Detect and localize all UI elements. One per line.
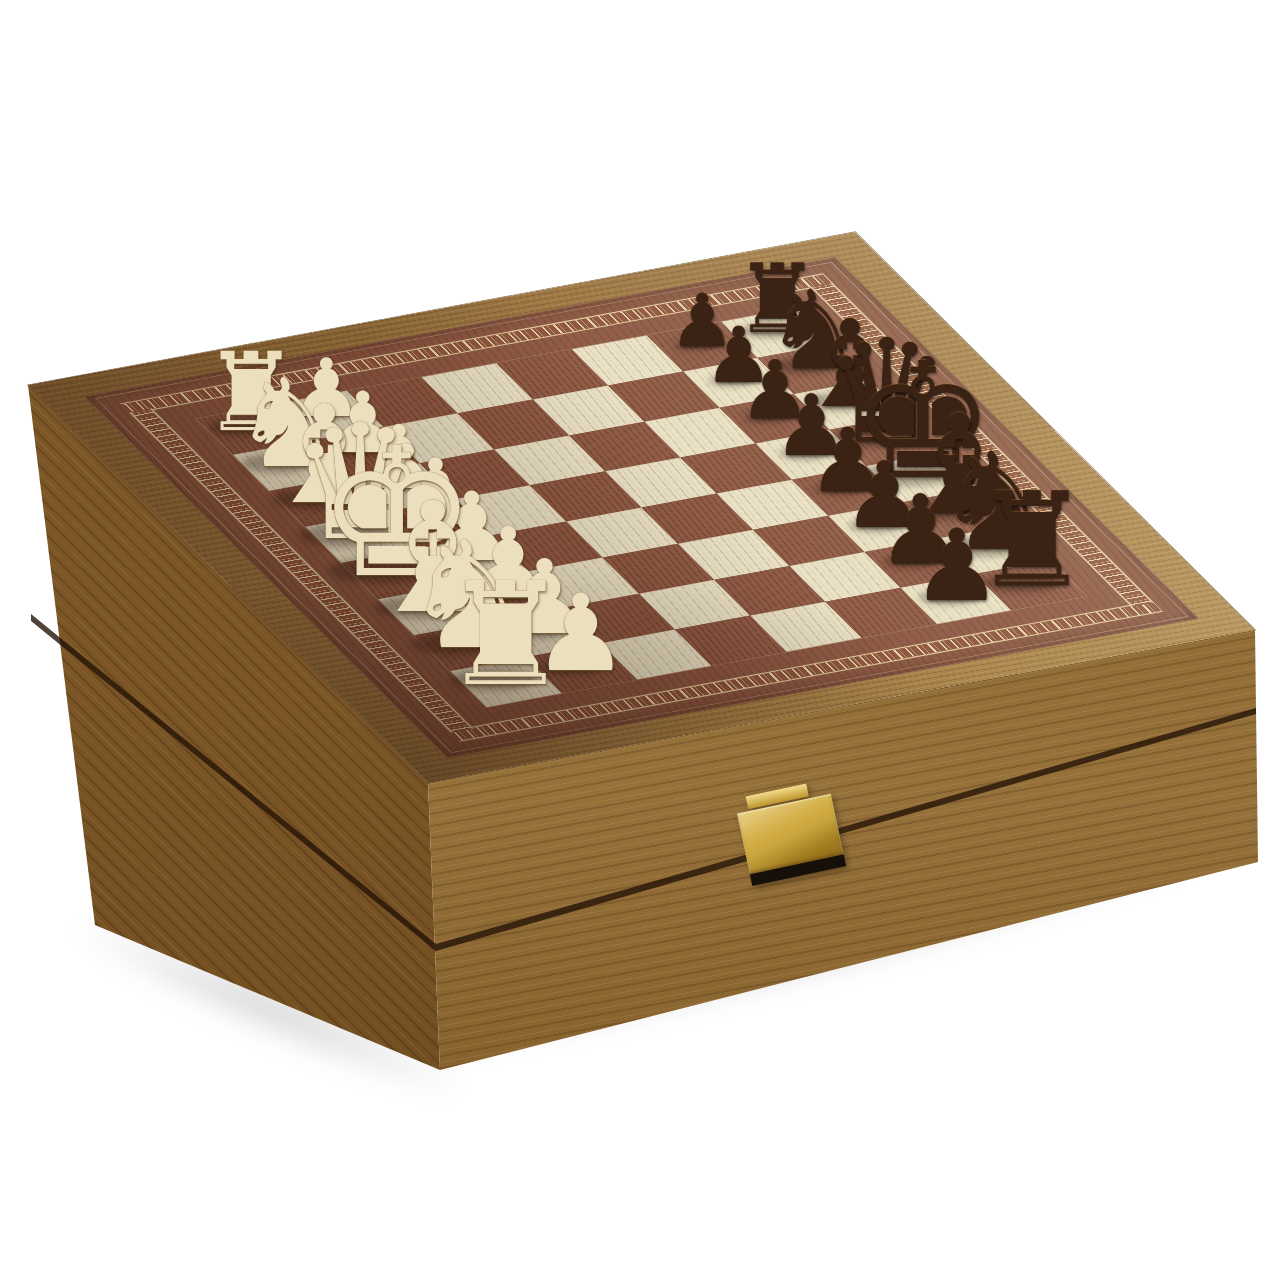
piece-white-rook[interactable]: ♜ bbox=[442, 563, 570, 706]
piece-black-pawn[interactable]: ♟ bbox=[912, 516, 1001, 615]
chess-box-scene: ♜♟♞♟♝♟♟♜♛♟♟♞♚♟♟♝♝♟♟♛♞♟♟♚♜♟♟♝♟♞♟♜ bbox=[0, 0, 1280, 1280]
